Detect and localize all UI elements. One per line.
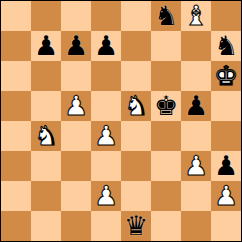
square-g4[interactable] [181, 121, 211, 151]
square-b8[interactable] [31, 1, 61, 31]
square-c8[interactable] [61, 1, 91, 31]
square-b6[interactable] [31, 61, 61, 91]
square-b5[interactable] [31, 91, 61, 121]
square-f3[interactable] [151, 151, 181, 181]
chess-board-frame: ♞♝♟♟♟♞♚♟♞♚♟♞♟♟♟♟♟♛ [0, 0, 242, 242]
square-c1[interactable] [61, 211, 91, 241]
chess-board: ♞♝♟♟♟♞♚♟♞♚♟♞♟♟♟♟♟♛ [1, 1, 241, 241]
square-a4[interactable] [1, 121, 31, 151]
piece-white-bishop: ♝ [184, 1, 208, 31]
piece-black-queen: ♛ [124, 211, 148, 241]
square-h6[interactable]: ♚ [211, 61, 241, 91]
piece-white-pawn: ♟ [94, 181, 118, 211]
square-c5[interactable]: ♟ [61, 91, 91, 121]
square-c6[interactable] [61, 61, 91, 91]
square-h2[interactable]: ♟ [211, 181, 241, 211]
piece-black-knight: ♞ [214, 31, 238, 61]
square-e4[interactable] [121, 121, 151, 151]
square-d4[interactable]: ♟ [91, 121, 121, 151]
piece-black-pawn: ♟ [94, 31, 118, 61]
square-g7[interactable] [181, 31, 211, 61]
piece-black-knight: ♞ [154, 1, 178, 31]
square-d2[interactable]: ♟ [91, 181, 121, 211]
square-f5[interactable]: ♚ [151, 91, 181, 121]
square-e1[interactable]: ♛ [121, 211, 151, 241]
square-h4[interactable] [211, 121, 241, 151]
square-a3[interactable] [1, 151, 31, 181]
square-b1[interactable] [31, 211, 61, 241]
square-d8[interactable] [91, 1, 121, 31]
square-e5[interactable]: ♞ [121, 91, 151, 121]
square-g8[interactable]: ♝ [181, 1, 211, 31]
piece-black-pawn: ♟ [34, 31, 58, 61]
square-e3[interactable] [121, 151, 151, 181]
square-h3[interactable]: ♟ [211, 151, 241, 181]
piece-white-pawn: ♟ [94, 121, 118, 151]
square-f6[interactable] [151, 61, 181, 91]
square-d3[interactable] [91, 151, 121, 181]
piece-black-pawn: ♟ [64, 31, 88, 61]
piece-white-knight: ♞ [34, 121, 58, 151]
square-f8[interactable]: ♞ [151, 1, 181, 31]
square-h7[interactable]: ♞ [211, 31, 241, 61]
square-a1[interactable] [1, 211, 31, 241]
square-f7[interactable] [151, 31, 181, 61]
square-g2[interactable] [181, 181, 211, 211]
square-d6[interactable] [91, 61, 121, 91]
square-c7[interactable]: ♟ [61, 31, 91, 61]
square-a5[interactable] [1, 91, 31, 121]
square-d5[interactable] [91, 91, 121, 121]
piece-white-king: ♚ [214, 61, 238, 91]
square-f2[interactable] [151, 181, 181, 211]
piece-white-pawn: ♟ [184, 151, 208, 181]
square-g1[interactable] [181, 211, 211, 241]
square-f1[interactable] [151, 211, 181, 241]
square-d7[interactable]: ♟ [91, 31, 121, 61]
square-c3[interactable] [61, 151, 91, 181]
square-b7[interactable]: ♟ [31, 31, 61, 61]
square-h5[interactable] [211, 91, 241, 121]
square-b4[interactable]: ♞ [31, 121, 61, 151]
piece-black-king: ♚ [154, 91, 178, 121]
square-e2[interactable] [121, 181, 151, 211]
piece-black-pawn: ♟ [184, 91, 208, 121]
square-b2[interactable] [31, 181, 61, 211]
square-e6[interactable] [121, 61, 151, 91]
square-c2[interactable] [61, 181, 91, 211]
square-f4[interactable] [151, 121, 181, 151]
square-e7[interactable] [121, 31, 151, 61]
square-g6[interactable] [181, 61, 211, 91]
piece-white-pawn: ♟ [64, 91, 88, 121]
square-d1[interactable] [91, 211, 121, 241]
square-e8[interactable] [121, 1, 151, 31]
piece-white-pawn: ♟ [214, 181, 238, 211]
piece-white-knight: ♞ [124, 91, 148, 121]
square-a7[interactable] [1, 31, 31, 61]
square-h8[interactable] [211, 1, 241, 31]
piece-black-pawn: ♟ [214, 151, 238, 181]
square-c4[interactable] [61, 121, 91, 151]
square-a8[interactable] [1, 1, 31, 31]
square-g5[interactable]: ♟ [181, 91, 211, 121]
square-a2[interactable] [1, 181, 31, 211]
square-b3[interactable] [31, 151, 61, 181]
square-h1[interactable] [211, 211, 241, 241]
square-g3[interactable]: ♟ [181, 151, 211, 181]
square-a6[interactable] [1, 61, 31, 91]
